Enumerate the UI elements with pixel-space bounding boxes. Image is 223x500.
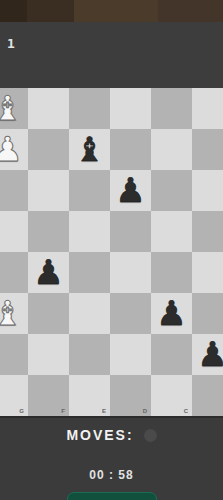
square-c5[interactable] [151, 252, 192, 293]
square-c8[interactable]: C [151, 375, 192, 416]
square-c4[interactable] [151, 211, 192, 252]
square-d3[interactable]: ♟ [110, 170, 151, 211]
moves-label: MOVES: [66, 427, 133, 443]
square-b7[interactable]: ♟ [192, 334, 223, 375]
square-g4[interactable] [0, 211, 28, 252]
top-bar: 1 [0, 22, 223, 88]
square-b4[interactable] [192, 211, 223, 252]
file-label-c: C [184, 408, 188, 414]
square-g6[interactable]: ♝ [0, 293, 28, 334]
square-e8[interactable]: E [69, 375, 110, 416]
hint-button[interactable]: HINT [67, 492, 157, 500]
square-b2[interactable] [192, 129, 223, 170]
square-g1[interactable]: ♝ [0, 88, 28, 129]
board-grid: ♝♟♝♟♟♝♟♟HGFEDCBA [0, 88, 223, 416]
white-pawn: ♟ [0, 129, 28, 170]
square-d2[interactable] [110, 129, 151, 170]
square-e7[interactable] [69, 334, 110, 375]
square-g2[interactable]: ♟ [0, 129, 28, 170]
square-c7[interactable] [151, 334, 192, 375]
move-counter-dot [144, 429, 157, 442]
square-g7[interactable] [0, 334, 28, 375]
square-c1[interactable] [151, 88, 192, 129]
square-e3[interactable] [69, 170, 110, 211]
square-f7[interactable] [28, 334, 69, 375]
square-d4[interactable] [110, 211, 151, 252]
black-pawn: ♟ [151, 293, 192, 334]
file-label-g: G [19, 408, 24, 414]
square-f2[interactable] [28, 129, 69, 170]
black-pawn: ♟ [28, 252, 69, 293]
black-pawn: ♟ [192, 334, 223, 375]
bottom-panel: MOVES: 00 : 58 HINT [0, 416, 223, 500]
background-photo [0, 0, 223, 22]
square-f3[interactable] [28, 170, 69, 211]
square-g5[interactable] [0, 252, 28, 293]
square-f4[interactable] [28, 211, 69, 252]
square-d1[interactable] [110, 88, 151, 129]
white-bishop: ♝ [0, 88, 28, 129]
square-e2[interactable]: ♝ [69, 129, 110, 170]
square-e4[interactable] [69, 211, 110, 252]
app-screen: 1 ♝♟♝♟♟♝♟♟HGFEDCBA MOVES: 00 : 58 HINT [0, 0, 223, 500]
square-g8[interactable]: G [0, 375, 28, 416]
level-number: 1 [7, 36, 15, 51]
square-d7[interactable] [110, 334, 151, 375]
square-b3[interactable] [192, 170, 223, 211]
black-pawn: ♟ [110, 170, 151, 211]
square-e5[interactable] [69, 252, 110, 293]
square-d6[interactable] [110, 293, 151, 334]
chess-board: ♝♟♝♟♟♝♟♟HGFEDCBA [0, 88, 223, 416]
square-f5[interactable]: ♟ [28, 252, 69, 293]
timer: 00 : 58 [0, 468, 223, 482]
square-d5[interactable] [110, 252, 151, 293]
file-label-f: F [61, 408, 65, 414]
square-c6[interactable]: ♟ [151, 293, 192, 334]
square-e6[interactable] [69, 293, 110, 334]
square-g3[interactable] [0, 170, 28, 211]
square-d8[interactable]: D [110, 375, 151, 416]
square-c3[interactable] [151, 170, 192, 211]
file-label-d: D [143, 408, 147, 414]
square-b8[interactable]: B [192, 375, 223, 416]
black-bishop: ♝ [69, 129, 110, 170]
square-f1[interactable] [28, 88, 69, 129]
square-b5[interactable] [192, 252, 223, 293]
square-b1[interactable] [192, 88, 223, 129]
square-e1[interactable] [69, 88, 110, 129]
square-c2[interactable] [151, 129, 192, 170]
square-f6[interactable] [28, 293, 69, 334]
square-f8[interactable]: F [28, 375, 69, 416]
file-label-e: E [102, 408, 106, 414]
moves-row: MOVES: [0, 418, 223, 443]
white-bishop: ♝ [0, 293, 28, 334]
square-b6[interactable] [192, 293, 223, 334]
